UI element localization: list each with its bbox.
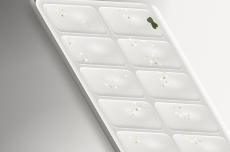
flower-speck (133, 43, 137, 46)
flower-speck (170, 108, 173, 110)
flower-speck (190, 139, 194, 142)
flower-speck (159, 63, 162, 65)
flower-speck (112, 81, 114, 82)
flower-speck (187, 114, 190, 116)
flower-speck (131, 104, 134, 106)
flower-speck (64, 13, 67, 15)
flower-speck (142, 41, 145, 43)
flower-speck (155, 63, 157, 64)
flower-speck (118, 13, 121, 15)
flower-speck (161, 73, 164, 75)
flower-speck (105, 80, 108, 82)
flower-speck (83, 21, 86, 23)
flower-speck (119, 72, 122, 74)
flower-speck (84, 58, 88, 61)
flower-speck (163, 77, 165, 78)
flower-speck (127, 40, 130, 42)
flower-speck (145, 55, 147, 56)
tray-cell-R5 (171, 134, 230, 152)
flower-speck (130, 12, 132, 13)
flower-speck (152, 55, 155, 57)
flower-speck (136, 109, 138, 110)
flower-speck (67, 39, 70, 41)
flower-speck (89, 61, 92, 63)
flower-speck (151, 45, 154, 47)
flower-speck (111, 89, 113, 90)
flower-speck (69, 43, 71, 44)
flower-speck (167, 79, 169, 80)
flower-speck (157, 80, 160, 82)
flower-speck (177, 117, 179, 118)
flower-speck (99, 82, 102, 84)
flower-speck (137, 40, 139, 41)
flower-speck (119, 10, 121, 11)
flower-speck (182, 109, 185, 111)
flower-speck (155, 60, 158, 62)
flower-speck (133, 102, 136, 104)
tray-body (31, 0, 230, 152)
flower-speck (143, 110, 146, 112)
flower-speck (135, 112, 138, 114)
flower-speck (61, 15, 63, 16)
flower-speck (181, 134, 184, 136)
flower-speck (179, 107, 181, 108)
flower-speck (193, 135, 196, 137)
flower-speck (175, 104, 177, 105)
flower-speck (128, 17, 130, 18)
flower-speck (129, 38, 132, 40)
flower-speck (61, 9, 63, 10)
flower-speck (182, 112, 185, 114)
ice-cube-tray (31, 0, 230, 152)
flower-speck (163, 71, 165, 72)
flower-speck (169, 86, 172, 88)
flower-speck (59, 11, 62, 13)
flower-speck (159, 77, 162, 79)
flower-speck (115, 70, 118, 72)
flower-speck (105, 83, 108, 85)
flower-speck (123, 18, 125, 19)
flower-speck (110, 86, 112, 87)
flower-speck (157, 72, 160, 74)
flower-speck (189, 136, 192, 138)
flower-speck (123, 12, 126, 14)
photo-backdrop (0, 0, 230, 152)
flower-speck (131, 44, 133, 45)
flower-speck (141, 103, 143, 104)
flower-speck (144, 108, 146, 109)
flower-speck (135, 142, 137, 143)
flower-speck (188, 118, 190, 119)
flower-speck (173, 106, 176, 108)
herb-sprig (148, 17, 157, 30)
flower-speck (123, 15, 126, 17)
flower-speck (193, 138, 196, 140)
flower-speck (135, 136, 137, 137)
flower-speck (84, 26, 86, 27)
flower-speck (185, 138, 188, 140)
flower-speck (187, 111, 189, 112)
flower-speck (130, 110, 133, 112)
flower-speck (190, 133, 192, 134)
flower-speck (69, 37, 71, 38)
flower-speck (198, 140, 201, 142)
flower-speck (184, 132, 187, 134)
flower-speck (170, 83, 172, 84)
flower-speck (138, 108, 142, 111)
flower-speck (148, 41, 150, 42)
flower-speck (125, 9, 128, 11)
flower-speck (82, 60, 84, 61)
flower-speck (162, 85, 164, 86)
flower-speck (147, 43, 150, 45)
flower-speck (129, 136, 132, 138)
flower-speck (79, 53, 82, 55)
flower-speck (178, 110, 181, 112)
flower-speck (133, 138, 136, 140)
flower-speck (55, 9, 58, 11)
flower-speck (132, 114, 134, 115)
flower-speck (198, 137, 200, 138)
flower-speck (87, 26, 89, 27)
flower-speck (132, 18, 135, 20)
flower-speck (121, 70, 123, 71)
flower-speck (129, 20, 131, 21)
flower-speck (144, 58, 147, 60)
flower-speck (80, 23, 82, 24)
flower-speck (132, 108, 134, 109)
flower-speck (121, 76, 123, 77)
flower-speck (110, 83, 113, 85)
flower-speck (150, 64, 152, 65)
flower-speck (157, 58, 159, 59)
flower-speck (138, 140, 141, 142)
flower-speck (166, 76, 169, 78)
flower-speck (126, 108, 129, 110)
flower-speck (124, 74, 127, 76)
flower-speck (179, 114, 183, 117)
flower-speck (72, 41, 75, 43)
flower-speck (138, 45, 141, 47)
flower-speck (91, 59, 93, 60)
flower-speck (183, 117, 186, 119)
flower-speck (150, 57, 153, 59)
flower-speck (188, 142, 190, 143)
flower-speck (128, 14, 131, 16)
flower-speck (164, 83, 168, 86)
flower-speck (150, 60, 153, 62)
flower-speck (174, 112, 177, 114)
flower-speck (78, 55, 81, 57)
flower-speck (87, 54, 89, 55)
flower-speck (100, 79, 102, 80)
flower-speck (114, 87, 117, 89)
flower-speck (194, 143, 197, 145)
flower-speck (107, 78, 110, 80)
